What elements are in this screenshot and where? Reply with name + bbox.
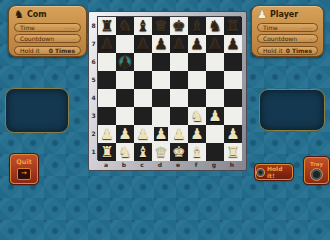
tray-button-label: Tray — [310, 161, 323, 167]
square-a6[interactable] — [98, 53, 116, 71]
square-a2[interactable]: ♟ — [98, 125, 116, 143]
file-label-a: a — [104, 161, 108, 168]
player-time-row: Time --:-- — [257, 23, 318, 32]
black-rook-h8: ♜ — [224, 17, 242, 35]
square-a7[interactable]: ♟ — [98, 35, 116, 53]
square-g2[interactable] — [206, 125, 224, 143]
square-b2[interactable]: ♟ — [116, 125, 134, 143]
white-bishop-f1: ♝ — [188, 143, 206, 161]
white-pawn-d2: ♟ — [152, 125, 170, 143]
com-holdit-value: 0 Times — [49, 47, 75, 54]
player-panel: ♟ Player Time --:-- Countdown - Hold it … — [251, 5, 324, 57]
black-knight-b8: ♞ — [116, 17, 134, 35]
rank-label-7: 7 — [91, 40, 95, 47]
square-f8[interactable]: ♝ — [188, 17, 206, 35]
square-c8[interactable]: ♝ — [134, 17, 152, 35]
hold-it-button[interactable]: Hold it! — [255, 164, 293, 180]
square-e2[interactable]: ♟ — [170, 125, 188, 143]
square-g6[interactable] — [206, 53, 224, 71]
square-h8[interactable]: ♜ — [224, 17, 242, 35]
square-e6[interactable] — [170, 53, 188, 71]
square-b1[interactable]: ♞ — [116, 143, 134, 161]
player-countdown-value: - — [310, 35, 312, 42]
square-a5[interactable] — [98, 71, 116, 89]
captured-pieces-tray-com — [5, 88, 69, 133]
com-countdown-value: - — [73, 35, 75, 42]
square-e4[interactable] — [170, 89, 188, 107]
player-panel-title-label: Player — [270, 10, 298, 19]
square-h1[interactable]: ♜ — [224, 143, 242, 161]
square-d4[interactable] — [152, 89, 170, 107]
white-knight-f3: ♞ — [188, 107, 206, 125]
player-holdit-label: Hold it — [263, 47, 283, 54]
square-b6[interactable]: ♟ — [116, 53, 134, 71]
player-holdit-row: Hold it 0 Times — [257, 46, 318, 55]
black-pawn-g7: ♟ — [206, 35, 224, 53]
white-pawn-c2: ♟ — [134, 125, 152, 143]
square-f7[interactable]: ♟ — [188, 35, 206, 53]
tray-ring-icon — [310, 168, 323, 181]
player-holdit-value: 0 Times — [286, 47, 312, 54]
white-pawn-g3: ♟ — [206, 107, 224, 125]
player-countdown-row: Countdown - — [257, 34, 318, 43]
square-h4[interactable] — [224, 89, 242, 107]
square-d3[interactable] — [152, 107, 170, 125]
square-e8[interactable]: ♚ — [170, 17, 188, 35]
white-pawn-f2: ♟ — [188, 125, 206, 143]
black-pawn-a7: ♟ — [98, 35, 116, 53]
square-f5[interactable] — [188, 71, 206, 89]
black-pawn-b6: ♟ — [116, 53, 134, 71]
rank-label-4: 4 — [91, 94, 95, 101]
square-b5[interactable] — [116, 71, 134, 89]
com-time-row: Time --:-- — [14, 23, 81, 32]
square-c3[interactable] — [134, 107, 152, 125]
hold-it-ring-icon — [256, 168, 265, 177]
square-h7[interactable]: ♟ — [224, 35, 242, 53]
white-pawn-a2: ♟ — [98, 125, 116, 143]
square-f2[interactable]: ♟ — [188, 125, 206, 143]
square-c7[interactable]: ♟ — [134, 35, 152, 53]
square-c4[interactable] — [134, 89, 152, 107]
square-b8[interactable]: ♞ — [116, 17, 134, 35]
com-panel-title-label: Com — [27, 10, 47, 19]
square-d8[interactable]: ♛ — [152, 17, 170, 35]
file-label-f: f — [195, 161, 198, 168]
square-a4[interactable] — [98, 89, 116, 107]
white-bishop-c1: ♝ — [134, 143, 152, 161]
com-countdown-label: Countdown — [20, 35, 54, 42]
board-squares[interactable]: ♜♞♝♛♚♝♞♜♟♟♟♟♟♟♟♟♞♟♟♟♟♟♟♟♟♜♞♝♛♚♝♜ — [97, 16, 241, 160]
com-holdit-label: Hold it — [20, 47, 40, 54]
square-c6[interactable] — [134, 53, 152, 71]
player-time-label: Time — [263, 24, 278, 31]
square-g8[interactable]: ♞ — [206, 17, 224, 35]
square-c1[interactable]: ♝ — [134, 143, 152, 161]
white-knight-b1: ♞ — [116, 143, 134, 161]
rank-label-1: 1 — [91, 148, 95, 155]
quit-button-label: Quit — [16, 158, 32, 166]
square-f3[interactable]: ♞ — [188, 107, 206, 125]
square-g1[interactable] — [206, 143, 224, 161]
white-king-e1: ♚ — [170, 143, 188, 161]
exit-door-icon — [17, 168, 31, 180]
black-rook-a8: ♜ — [98, 17, 116, 35]
quit-button[interactable]: Quit — [10, 154, 38, 184]
square-d1[interactable]: ♛ — [152, 143, 170, 161]
rank-label-6: 6 — [91, 58, 95, 65]
file-label-d: d — [158, 161, 162, 168]
captured-pieces-tray-player — [259, 89, 325, 131]
chess-board: 87654321 ♜♞♝♛♚♝♞♜♟♟♟♟♟♟♟♟♞♟♟♟♟♟♟♟♟♜♞♝♛♚♝… — [88, 11, 247, 171]
square-e1[interactable]: ♚ — [170, 143, 188, 161]
black-king-e8: ♚ — [170, 17, 188, 35]
rank-label-2: 2 — [91, 130, 95, 137]
com-countdown-row: Countdown - — [14, 34, 81, 43]
square-g4[interactable] — [206, 89, 224, 107]
square-e5[interactable] — [170, 71, 188, 89]
black-pawn-h7: ♟ — [224, 35, 242, 53]
player-panel-title: ♟ Player — [257, 8, 318, 20]
square-e3[interactable] — [170, 107, 188, 125]
white-pawn-h2: ♟ — [224, 125, 242, 143]
player-time-value: --:-- — [301, 24, 312, 31]
square-b4[interactable] — [116, 89, 134, 107]
file-labels: abcdefgh — [97, 160, 241, 169]
square-a1[interactable]: ♜ — [98, 143, 116, 161]
com-time-label: Time — [20, 24, 35, 31]
com-panel: ♞ Com Time --:-- Countdown - Hold it 0 T… — [8, 5, 87, 57]
file-label-g: g — [212, 161, 216, 168]
square-h3[interactable] — [224, 107, 242, 125]
square-b7[interactable] — [116, 35, 134, 53]
black-pawn-d7: ♟ — [152, 35, 170, 53]
white-pawn-e2: ♟ — [170, 125, 188, 143]
rank-label-3: 3 — [91, 112, 95, 119]
hold-it-button-label: Hold it! — [267, 165, 292, 179]
black-pawn-c7: ♟ — [134, 35, 152, 53]
black-knight-icon: ♞ — [14, 9, 24, 20]
square-f6[interactable] — [188, 53, 206, 71]
black-queen-d8: ♛ — [152, 17, 170, 35]
file-label-b: b — [122, 161, 126, 168]
rank-labels: 87654321 — [90, 16, 97, 160]
square-d2[interactable]: ♟ — [152, 125, 170, 143]
square-h6[interactable] — [224, 53, 242, 71]
square-h2[interactable]: ♟ — [224, 125, 242, 143]
square-c5[interactable] — [134, 71, 152, 89]
square-a8[interactable]: ♜ — [98, 17, 116, 35]
square-f1[interactable]: ♝ — [188, 143, 206, 161]
white-queen-d1: ♛ — [152, 143, 170, 161]
black-pawn-f7: ♟ — [188, 35, 206, 53]
player-countdown-label: Countdown — [263, 35, 297, 42]
square-b3[interactable] — [116, 107, 134, 125]
file-label-e: e — [176, 161, 180, 168]
square-d6[interactable] — [152, 53, 170, 71]
rank-label-8: 8 — [91, 22, 95, 29]
black-knight-g8: ♞ — [206, 17, 224, 35]
square-a3[interactable] — [98, 107, 116, 125]
com-holdit-row: Hold it 0 Times — [14, 46, 81, 55]
white-rook-a1: ♜ — [98, 143, 116, 161]
square-h5[interactable] — [224, 71, 242, 89]
white-rook-h1: ♜ — [224, 143, 242, 161]
square-d7[interactable]: ♟ — [152, 35, 170, 53]
square-d5[interactable] — [152, 71, 170, 89]
rank-label-5: 5 — [91, 76, 95, 83]
tray-button[interactable]: Tray — [304, 157, 329, 184]
file-label-h: h — [230, 161, 234, 168]
square-f4[interactable] — [188, 89, 206, 107]
black-bishop-c8: ♝ — [134, 17, 152, 35]
white-pawn-icon: ♟ — [257, 9, 267, 20]
black-pawn-e7: ♟ — [170, 35, 188, 53]
square-g5[interactable] — [206, 71, 224, 89]
black-bishop-f8: ♝ — [188, 17, 206, 35]
square-e7[interactable]: ♟ — [170, 35, 188, 53]
com-time-value: --:-- — [64, 24, 75, 31]
white-pawn-b2: ♟ — [116, 125, 134, 143]
square-c2[interactable]: ♟ — [134, 125, 152, 143]
square-g3[interactable]: ♟ — [206, 107, 224, 125]
square-g7[interactable]: ♟ — [206, 35, 224, 53]
file-label-c: c — [140, 161, 144, 168]
com-panel-title: ♞ Com — [14, 8, 81, 20]
